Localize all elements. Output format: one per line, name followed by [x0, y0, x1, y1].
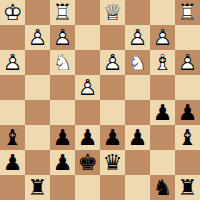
square-b3[interactable]: ♝♗: [150, 50, 175, 75]
square-h3[interactable]: ♟♙: [0, 50, 25, 75]
square-a2[interactable]: [175, 25, 200, 50]
square-f1[interactable]: ♜♖: [50, 0, 75, 25]
square-h8[interactable]: [0, 175, 25, 200]
square-a7[interactable]: [175, 150, 200, 175]
white-bishop: ♗: [150, 50, 175, 75]
white-pawn-fill: ♟: [175, 50, 200, 75]
square-h1[interactable]: ♚♔: [0, 0, 25, 25]
square-b2[interactable]: ♟♙: [150, 25, 175, 50]
square-f6[interactable]: ♟: [50, 125, 75, 150]
black-pawn: ♟: [50, 125, 75, 150]
white-knight-fill: ♞: [50, 50, 75, 75]
white-king-fill: ♚: [0, 0, 25, 25]
square-d3[interactable]: ♟♙: [100, 50, 125, 75]
white-pawn: ♙: [50, 25, 75, 50]
square-b8[interactable]: ♞: [150, 175, 175, 200]
white-pawn-fill: ♟: [25, 25, 50, 50]
black-rook: ♜: [175, 175, 200, 200]
white-bishop-fill: ♝: [150, 50, 175, 75]
white-rook: ♖: [50, 0, 75, 25]
square-e7[interactable]: ♚: [75, 150, 100, 175]
square-d4[interactable]: [100, 75, 125, 100]
square-e5[interactable]: [75, 100, 100, 125]
white-rook: ♖: [175, 0, 200, 25]
square-a3[interactable]: ♟♙: [175, 50, 200, 75]
chess-board: ♚♔♜♖♛♕♜♖♟♙♟♙♟♙♟♙♟♙♞♘♟♙♞♘♝♗♟♙♟♙♟♟♝♟♟♟♟♝♟♟…: [0, 0, 200, 200]
black-rook: ♜: [25, 175, 50, 200]
square-e6[interactable]: ♟: [75, 125, 100, 150]
black-pawn: ♟: [0, 150, 25, 175]
square-e8[interactable]: [75, 175, 100, 200]
black-queen: ♛: [100, 150, 125, 175]
square-h2[interactable]: [0, 25, 25, 50]
square-g7[interactable]: [25, 150, 50, 175]
square-c5[interactable]: [125, 100, 150, 125]
square-a6[interactable]: ♝: [175, 125, 200, 150]
square-c8[interactable]: [125, 175, 150, 200]
square-h4[interactable]: [0, 75, 25, 100]
square-d7[interactable]: ♛: [100, 150, 125, 175]
white-pawn: ♙: [0, 50, 25, 75]
square-h5[interactable]: [0, 100, 25, 125]
white-pawn-fill: ♟: [75, 75, 100, 100]
white-queen: ♕: [100, 0, 125, 25]
square-f3[interactable]: ♞♘: [50, 50, 75, 75]
square-c4[interactable]: [125, 75, 150, 100]
square-b1[interactable]: [150, 0, 175, 25]
white-pawn-fill: ♟: [50, 25, 75, 50]
black-bishop: ♝: [0, 125, 25, 150]
square-c6[interactable]: ♟: [125, 125, 150, 150]
black-bishop: ♝: [175, 125, 200, 150]
square-f7[interactable]: ♟: [50, 150, 75, 175]
black-knight: ♞: [150, 175, 175, 200]
square-e2[interactable]: [75, 25, 100, 50]
square-e3[interactable]: [75, 50, 100, 75]
square-c1[interactable]: [125, 0, 150, 25]
square-g2[interactable]: ♟♙: [25, 25, 50, 50]
white-pawn: ♙: [75, 75, 100, 100]
square-h6[interactable]: ♝: [0, 125, 25, 150]
white-pawn: ♙: [125, 25, 150, 50]
white-pawn: ♙: [25, 25, 50, 50]
square-d5[interactable]: [100, 100, 125, 125]
square-g3[interactable]: [25, 50, 50, 75]
square-b4[interactable]: [150, 75, 175, 100]
square-a4[interactable]: [175, 75, 200, 100]
square-c7[interactable]: [125, 150, 150, 175]
white-knight: ♘: [125, 50, 150, 75]
square-d2[interactable]: [100, 25, 125, 50]
black-pawn: ♟: [150, 100, 175, 125]
square-d6[interactable]: ♟: [100, 125, 125, 150]
square-g6[interactable]: [25, 125, 50, 150]
square-e1[interactable]: [75, 0, 100, 25]
square-d8[interactable]: [100, 175, 125, 200]
square-f8[interactable]: [50, 175, 75, 200]
black-king: ♚: [75, 150, 100, 175]
square-a1[interactable]: ♜♖: [175, 0, 200, 25]
white-pawn: ♙: [175, 50, 200, 75]
square-f4[interactable]: [50, 75, 75, 100]
square-g4[interactable]: [25, 75, 50, 100]
white-pawn-fill: ♟: [150, 25, 175, 50]
square-c3[interactable]: ♞♘: [125, 50, 150, 75]
black-pawn: ♟: [175, 100, 200, 125]
white-king: ♔: [0, 0, 25, 25]
black-pawn: ♟: [50, 150, 75, 175]
white-knight-fill: ♞: [125, 50, 150, 75]
square-c2[interactable]: ♟♙: [125, 25, 150, 50]
black-pawn: ♟: [100, 125, 125, 150]
white-rook-fill: ♜: [50, 0, 75, 25]
square-b6[interactable]: [150, 125, 175, 150]
square-f5[interactable]: [50, 100, 75, 125]
square-h7[interactable]: ♟: [0, 150, 25, 175]
square-g5[interactable]: [25, 100, 50, 125]
square-e4[interactable]: ♟♙: [75, 75, 100, 100]
white-rook-fill: ♜: [175, 0, 200, 25]
white-pawn-fill: ♟: [100, 50, 125, 75]
white-pawn-fill: ♟: [0, 50, 25, 75]
square-a5[interactable]: ♟: [175, 100, 200, 125]
square-f2[interactable]: ♟♙: [50, 25, 75, 50]
black-pawn: ♟: [75, 125, 100, 150]
white-knight: ♘: [50, 50, 75, 75]
square-g1[interactable]: [25, 0, 50, 25]
black-pawn: ♟: [125, 125, 150, 150]
square-a8[interactable]: ♜: [175, 175, 200, 200]
square-b5[interactable]: ♟: [150, 100, 175, 125]
white-pawn-fill: ♟: [125, 25, 150, 50]
square-b7[interactable]: [150, 150, 175, 175]
square-d1[interactable]: ♛♕: [100, 0, 125, 25]
square-g8[interactable]: ♜: [25, 175, 50, 200]
white-pawn: ♙: [100, 50, 125, 75]
white-queen-fill: ♛: [100, 0, 125, 25]
white-pawn: ♙: [150, 25, 175, 50]
